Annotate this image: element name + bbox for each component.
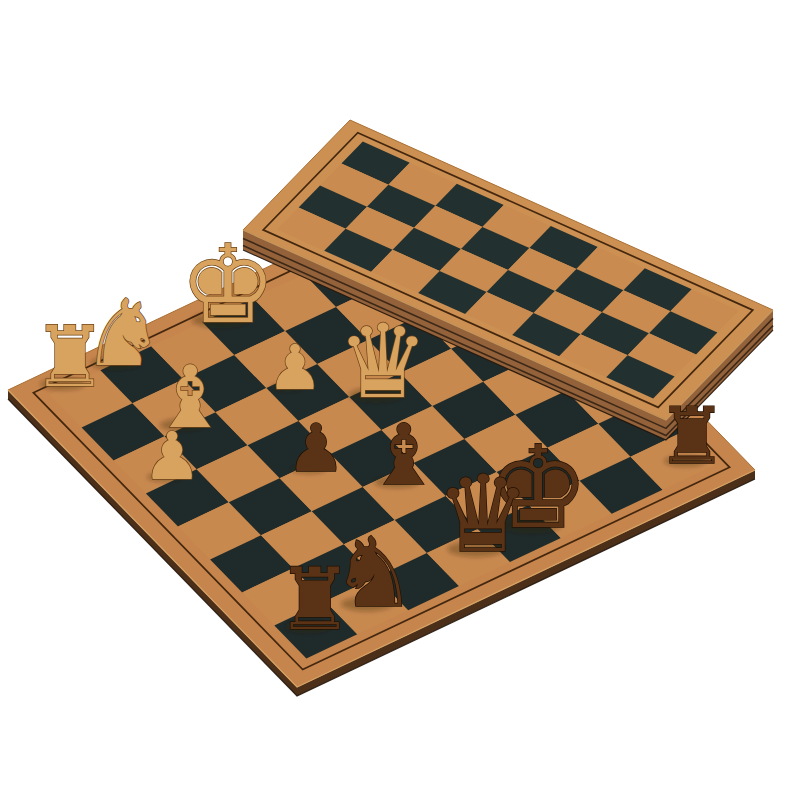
- black-bishop-glyph: ♝: [366, 406, 441, 504]
- piece-white-queen-e5: ♛: [337, 302, 428, 421]
- piece-black-rook-h1: ♜: [657, 391, 727, 481]
- black-rook-glyph: ♜: [276, 549, 353, 649]
- piece-black-queen-d1: ♛: [435, 453, 530, 576]
- piece-white-pawn-a6: ♟: [142, 418, 201, 495]
- chess-set-product-photo: ♚♞♜♟♛♝♜♟♟♝♚♛♞♜: [0, 0, 800, 800]
- piece-black-pawn-c4: ♟: [286, 410, 345, 487]
- piece-white-king-d8: ♚: [180, 222, 277, 347]
- piece-black-rook-a1: ♜: [276, 549, 353, 649]
- black-pawn-glyph: ♟: [286, 410, 345, 487]
- white-pawn-glyph: ♟: [267, 331, 323, 404]
- white-rook-glyph: ♜: [32, 308, 107, 406]
- black-rook-glyph: ♜: [657, 391, 727, 481]
- piece-white-rook-a8: ♜: [32, 308, 107, 406]
- piece-black-bishop-d3: ♝: [366, 406, 441, 504]
- photo-canvas: ♚♞♜♟♛♝♜♟♟♝♚♛♞♜: [0, 0, 800, 800]
- white-pawn-glyph: ♟: [142, 418, 201, 495]
- piece-white-pawn-d6: ♟: [267, 331, 323, 404]
- white-queen-glyph: ♛: [337, 302, 428, 421]
- black-queen-glyph: ♛: [435, 453, 530, 576]
- white-king-glyph: ♚: [180, 222, 277, 347]
